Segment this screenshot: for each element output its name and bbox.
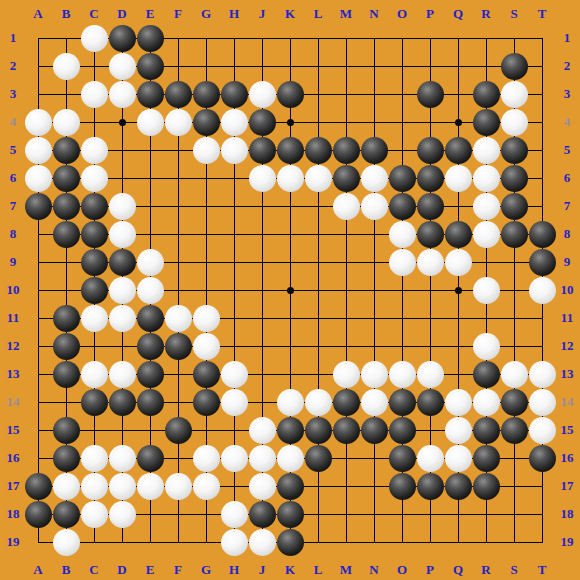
white-stone — [81, 137, 108, 164]
column-label: C — [80, 556, 108, 580]
black-stone — [137, 445, 164, 472]
row-label: 5 — [554, 136, 580, 164]
white-stone — [501, 109, 528, 136]
white-stone — [137, 249, 164, 276]
black-stone — [81, 193, 108, 220]
row-label: 13 — [0, 360, 26, 388]
white-stone — [25, 137, 52, 164]
white-stone — [277, 445, 304, 472]
white-stone — [109, 473, 136, 500]
row-label: 3 — [554, 80, 580, 108]
row-label: 12 — [0, 332, 26, 360]
black-stone — [501, 137, 528, 164]
white-stone — [193, 333, 220, 360]
black-stone — [501, 53, 528, 80]
hoshi-point — [287, 119, 294, 126]
black-stone — [137, 81, 164, 108]
column-label: J — [248, 556, 276, 580]
column-label: E — [136, 556, 164, 580]
row-label: 4 — [554, 108, 580, 136]
white-stone — [221, 445, 248, 472]
white-stone — [249, 473, 276, 500]
black-stone — [53, 305, 80, 332]
black-stone — [137, 53, 164, 80]
white-stone — [501, 81, 528, 108]
row-label: 1 — [554, 24, 580, 52]
row-label: 6 — [0, 164, 26, 192]
black-stone — [53, 165, 80, 192]
black-stone — [193, 361, 220, 388]
white-stone — [221, 361, 248, 388]
row-label: 8 — [554, 220, 580, 248]
white-stone — [305, 165, 332, 192]
white-stone — [81, 165, 108, 192]
black-stone — [473, 81, 500, 108]
hoshi-point — [455, 119, 462, 126]
white-stone — [473, 193, 500, 220]
white-stone — [361, 165, 388, 192]
black-stone — [501, 193, 528, 220]
white-stone — [109, 305, 136, 332]
white-stone — [81, 25, 108, 52]
row-label: 1 — [0, 24, 26, 52]
black-stone — [445, 473, 472, 500]
white-stone — [333, 193, 360, 220]
column-label: R — [472, 556, 500, 580]
white-stone — [137, 473, 164, 500]
black-stone — [109, 249, 136, 276]
white-stone — [277, 165, 304, 192]
white-stone — [445, 249, 472, 276]
white-stone — [529, 361, 556, 388]
white-stone — [53, 529, 80, 556]
black-stone — [389, 165, 416, 192]
black-stone — [53, 445, 80, 472]
black-stone — [81, 277, 108, 304]
black-stone — [137, 333, 164, 360]
black-stone — [165, 333, 192, 360]
black-stone — [417, 137, 444, 164]
black-stone — [417, 81, 444, 108]
black-stone — [193, 81, 220, 108]
black-stone — [417, 473, 444, 500]
black-stone — [165, 81, 192, 108]
black-stone — [193, 389, 220, 416]
black-stone — [277, 501, 304, 528]
white-stone — [81, 473, 108, 500]
stones-layer — [24, 24, 556, 556]
black-stone — [53, 137, 80, 164]
black-stone — [361, 137, 388, 164]
row-label: 15 — [554, 416, 580, 444]
white-stone — [445, 417, 472, 444]
white-stone — [221, 137, 248, 164]
row-label: 19 — [0, 528, 26, 556]
black-stone — [389, 193, 416, 220]
black-stone — [417, 389, 444, 416]
row-label: 17 — [0, 472, 26, 500]
white-stone — [473, 333, 500, 360]
column-label: S — [500, 556, 528, 580]
row-label: 11 — [554, 304, 580, 332]
white-stone — [529, 389, 556, 416]
black-stone — [137, 305, 164, 332]
black-stone — [445, 137, 472, 164]
black-stone — [249, 109, 276, 136]
white-stone — [445, 445, 472, 472]
white-stone — [109, 81, 136, 108]
black-stone — [501, 221, 528, 248]
column-label: G — [192, 556, 220, 580]
row-label: 14 — [554, 388, 580, 416]
white-stone — [137, 109, 164, 136]
white-stone — [25, 109, 52, 136]
row-label: 8 — [0, 220, 26, 248]
black-stone — [473, 417, 500, 444]
column-label: A — [24, 556, 52, 580]
black-stone — [529, 445, 556, 472]
row-label: 3 — [0, 80, 26, 108]
black-stone — [137, 25, 164, 52]
white-stone — [277, 389, 304, 416]
white-stone — [81, 445, 108, 472]
column-label: D — [108, 556, 136, 580]
white-stone — [249, 165, 276, 192]
white-stone — [193, 473, 220, 500]
black-stone — [81, 389, 108, 416]
white-stone — [109, 277, 136, 304]
white-stone — [53, 473, 80, 500]
white-stone — [361, 361, 388, 388]
white-stone — [193, 445, 220, 472]
white-stone — [473, 165, 500, 192]
row-label: 2 — [0, 52, 26, 80]
white-stone — [165, 473, 192, 500]
black-stone — [193, 109, 220, 136]
column-label: L — [304, 556, 332, 580]
black-stone — [81, 221, 108, 248]
row-label: 7 — [554, 192, 580, 220]
hoshi-point — [119, 119, 126, 126]
black-stone — [305, 445, 332, 472]
white-stone — [193, 137, 220, 164]
black-stone — [137, 361, 164, 388]
white-stone — [417, 361, 444, 388]
white-stone — [333, 361, 360, 388]
black-stone — [417, 193, 444, 220]
column-labels-bottom: ABCDEFGHJKLMNOPQRST — [24, 556, 556, 580]
row-label: 2 — [554, 52, 580, 80]
white-stone — [221, 389, 248, 416]
white-stone — [25, 165, 52, 192]
white-stone — [417, 249, 444, 276]
white-stone — [445, 389, 472, 416]
white-stone — [389, 221, 416, 248]
black-stone — [389, 417, 416, 444]
white-stone — [109, 221, 136, 248]
black-stone — [137, 389, 164, 416]
black-stone — [333, 137, 360, 164]
row-label: 16 — [0, 444, 26, 472]
white-stone — [53, 109, 80, 136]
white-stone — [193, 305, 220, 332]
white-stone — [53, 53, 80, 80]
row-label: 14 — [0, 388, 26, 416]
column-label: M — [332, 556, 360, 580]
black-stone — [473, 445, 500, 472]
row-label: 16 — [554, 444, 580, 472]
black-stone — [417, 221, 444, 248]
white-stone — [389, 361, 416, 388]
row-label: 19 — [554, 528, 580, 556]
black-stone — [277, 529, 304, 556]
white-stone — [529, 417, 556, 444]
column-label: F — [164, 556, 192, 580]
black-stone — [473, 109, 500, 136]
white-stone — [501, 361, 528, 388]
row-label: 6 — [554, 164, 580, 192]
black-stone — [333, 389, 360, 416]
column-labels-top: ABCDEFGHJKLMNOPQRST — [24, 0, 556, 24]
white-stone — [361, 193, 388, 220]
column-label: N — [360, 556, 388, 580]
hoshi-point — [455, 287, 462, 294]
white-stone — [249, 81, 276, 108]
column-label: K — [276, 556, 304, 580]
white-stone — [81, 81, 108, 108]
row-labels-right: 12345678910111213141516171819 — [554, 24, 580, 556]
column-label: B — [52, 556, 80, 580]
white-stone — [389, 249, 416, 276]
black-stone — [249, 137, 276, 164]
black-stone — [389, 445, 416, 472]
row-label: 18 — [554, 500, 580, 528]
black-stone — [109, 389, 136, 416]
white-stone — [473, 389, 500, 416]
black-stone — [445, 221, 472, 248]
row-label: 10 — [554, 276, 580, 304]
row-label: 12 — [554, 332, 580, 360]
black-stone — [277, 137, 304, 164]
black-stone — [417, 165, 444, 192]
black-stone — [529, 249, 556, 276]
row-label: 9 — [554, 248, 580, 276]
row-label: 15 — [0, 416, 26, 444]
white-stone — [445, 165, 472, 192]
column-label: T — [528, 556, 556, 580]
white-stone — [81, 361, 108, 388]
row-label: 7 — [0, 192, 26, 220]
black-stone — [53, 333, 80, 360]
white-stone — [361, 389, 388, 416]
black-stone — [389, 473, 416, 500]
white-stone — [165, 305, 192, 332]
white-stone — [109, 361, 136, 388]
black-stone — [53, 221, 80, 248]
white-stone — [109, 53, 136, 80]
white-stone — [137, 277, 164, 304]
row-label: 5 — [0, 136, 26, 164]
black-stone — [389, 389, 416, 416]
white-stone — [473, 137, 500, 164]
white-stone — [305, 389, 332, 416]
row-label: 4 — [0, 108, 26, 136]
black-stone — [25, 473, 52, 500]
row-label: 10 — [0, 276, 26, 304]
white-stone — [473, 221, 500, 248]
column-label: P — [416, 556, 444, 580]
row-labels-left: 12345678910111213141516171819 — [0, 24, 26, 556]
black-stone — [53, 193, 80, 220]
black-stone — [333, 165, 360, 192]
row-label: 9 — [0, 248, 26, 276]
black-stone — [305, 137, 332, 164]
black-stone — [473, 361, 500, 388]
white-stone — [529, 277, 556, 304]
white-stone — [81, 501, 108, 528]
black-stone — [249, 501, 276, 528]
black-stone — [109, 25, 136, 52]
white-stone — [221, 529, 248, 556]
white-stone — [473, 277, 500, 304]
black-stone — [165, 417, 192, 444]
row-label: 17 — [554, 472, 580, 500]
row-label: 18 — [0, 500, 26, 528]
hoshi-point — [287, 287, 294, 294]
white-stone — [109, 501, 136, 528]
go-board[interactable]: ABCDEFGHJKLMNOPQRST 12345678910111213141… — [0, 0, 580, 580]
black-stone — [277, 417, 304, 444]
row-label: 11 — [0, 304, 26, 332]
white-stone — [249, 417, 276, 444]
column-label: O — [388, 556, 416, 580]
white-stone — [221, 109, 248, 136]
black-stone — [529, 221, 556, 248]
white-stone — [81, 305, 108, 332]
black-stone — [305, 417, 332, 444]
black-stone — [473, 473, 500, 500]
white-stone — [249, 529, 276, 556]
black-stone — [501, 417, 528, 444]
white-stone — [221, 501, 248, 528]
black-stone — [53, 417, 80, 444]
white-stone — [417, 445, 444, 472]
row-label: 13 — [554, 360, 580, 388]
column-label: Q — [444, 556, 472, 580]
column-label: H — [220, 556, 248, 580]
white-stone — [109, 445, 136, 472]
black-stone — [333, 417, 360, 444]
black-stone — [25, 193, 52, 220]
black-stone — [53, 501, 80, 528]
black-stone — [81, 249, 108, 276]
black-stone — [277, 473, 304, 500]
black-stone — [25, 501, 52, 528]
black-stone — [53, 361, 80, 388]
black-stone — [277, 81, 304, 108]
white-stone — [109, 193, 136, 220]
black-stone — [221, 81, 248, 108]
black-stone — [361, 417, 388, 444]
white-stone — [249, 445, 276, 472]
black-stone — [501, 165, 528, 192]
black-stone — [501, 389, 528, 416]
white-stone — [165, 109, 192, 136]
